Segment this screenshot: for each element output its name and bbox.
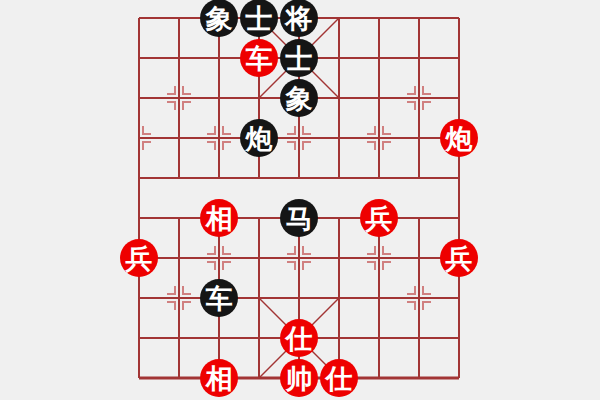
piece-red-advisor[interactable]: 仕 [320,359,358,397]
xiangqi-app: 象士将车士象炮炮相马兵兵兵车仕相帅仕 [0,0,600,400]
piece-black-horse[interactable]: 马 [280,199,318,237]
piece-red-chariot[interactable]: 车 [240,39,278,77]
piece-black-advisor[interactable]: 士 [240,0,278,37]
piece-black-elephant[interactable]: 象 [280,79,318,117]
piece-red-soldier[interactable]: 兵 [120,239,158,277]
piece-red-soldier[interactable]: 兵 [440,239,478,277]
piece-red-elephant[interactable]: 相 [200,359,238,397]
piece-red-advisor[interactable]: 仕 [280,319,318,357]
piece-red-soldier[interactable]: 兵 [360,199,398,237]
piece-black-general[interactable]: 将 [280,0,318,37]
piece-layer: 象士将车士象炮炮相马兵兵兵车仕相帅仕 [119,0,479,398]
piece-red-elephant[interactable]: 相 [200,199,238,237]
piece-black-advisor[interactable]: 士 [280,39,318,77]
piece-red-general[interactable]: 帅 [280,359,318,397]
piece-red-cannon[interactable]: 炮 [440,119,478,157]
piece-black-cannon[interactable]: 炮 [240,119,278,157]
xiangqi-board[interactable]: 象士将车士象炮炮相马兵兵兵车仕相帅仕 [119,0,479,398]
piece-black-elephant[interactable]: 象 [200,0,238,37]
piece-black-chariot[interactable]: 车 [200,279,238,317]
